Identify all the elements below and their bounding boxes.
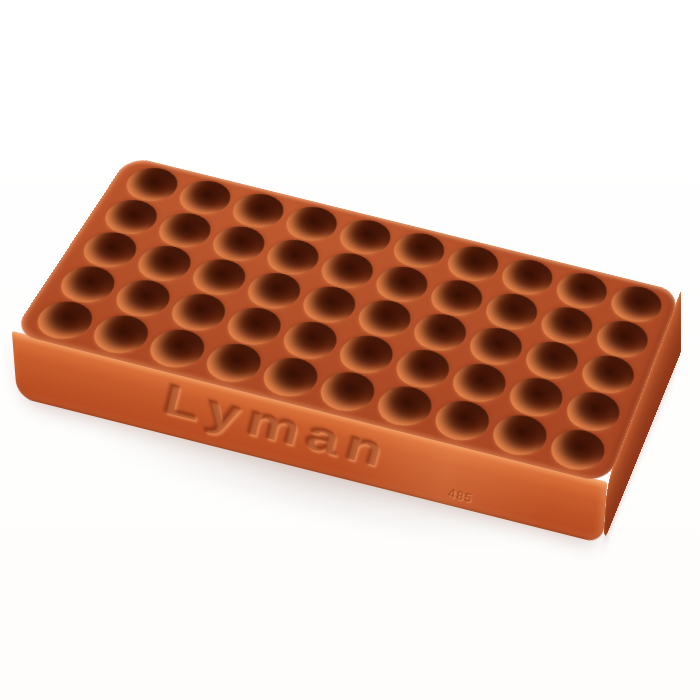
size-engraving: 485 [448, 485, 472, 506]
scene: Lyman 485 [0, 0, 700, 700]
